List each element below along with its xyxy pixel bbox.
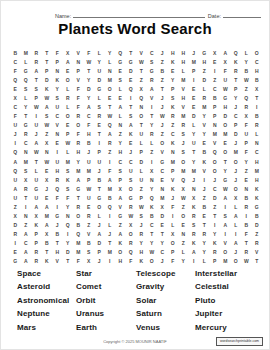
grid-cell: L	[234, 223, 237, 228]
grid-cell: A	[66, 60, 70, 65]
grid-cell: Y	[171, 78, 174, 83]
grid-cell: K	[192, 241, 196, 246]
grid-cell: D	[202, 78, 206, 83]
word-item: Saturn	[136, 307, 195, 320]
grid-cell: P	[140, 196, 143, 201]
grid-cell: S	[182, 150, 185, 155]
grid-cell: T	[129, 105, 132, 110]
grid-cell: K	[171, 187, 175, 192]
grid-cell: F	[87, 123, 90, 128]
grid-cell: X	[87, 259, 90, 264]
grid-cell: T	[66, 259, 69, 264]
grid-cell: J	[203, 187, 206, 192]
grid-cell: A	[13, 160, 17, 165]
grid-cell: O	[213, 160, 217, 165]
grid-cell: A	[108, 132, 112, 137]
grid-cell: I	[57, 205, 58, 210]
grid-cell: R	[202, 232, 206, 237]
grid-cell: R	[255, 241, 259, 246]
grid-cell: Z	[161, 132, 164, 137]
grid-cell: Y	[24, 105, 27, 110]
date-line	[223, 12, 261, 18]
word-item: Gravity	[136, 280, 195, 293]
grid-cell: V	[213, 141, 216, 146]
grid-cell: K	[139, 259, 143, 264]
grid-cell: V	[203, 123, 206, 128]
grid-cell: O	[255, 51, 259, 56]
word-item: Telescope	[136, 267, 195, 280]
grid-cell: C	[13, 60, 17, 65]
grid-cell: J	[98, 223, 101, 228]
grid-cell: Q	[118, 51, 122, 56]
grid-cell: O	[181, 214, 185, 219]
grid-cell: I	[109, 259, 110, 264]
grid-cell: T	[192, 150, 195, 155]
grid-cell: A	[34, 205, 38, 210]
grid-cell: T	[87, 69, 90, 74]
grid-cell: E	[192, 96, 195, 101]
grid-cell: C	[24, 241, 28, 246]
grid-cell: J	[129, 150, 132, 155]
grid-cell: F	[245, 150, 248, 155]
grid-cell: O	[171, 241, 175, 246]
grid-cell: I	[214, 69, 215, 74]
grid-cell: E	[171, 69, 174, 74]
grid-cell: I	[15, 241, 16, 246]
grid-cell: T	[140, 69, 143, 74]
grid-cell: L	[182, 69, 185, 74]
grid-cell: X	[140, 87, 143, 92]
grid-cell: A	[223, 196, 227, 201]
grid-cell: P	[213, 105, 216, 110]
grid-cell: O	[223, 250, 227, 255]
grid-cell: V	[182, 87, 185, 92]
grid-cell: O	[118, 250, 122, 255]
grid-cell: T	[45, 250, 48, 255]
grid-cell: O	[76, 123, 80, 128]
grid-cell: I	[193, 78, 194, 83]
grid-cell: V	[77, 78, 80, 83]
grid-cell: C	[55, 114, 59, 119]
grid-cell: P	[140, 150, 143, 155]
grid-cell: U	[34, 196, 38, 201]
grid-cell: O	[66, 78, 70, 83]
grid-cell: C	[24, 141, 28, 146]
grid-cell: J	[87, 150, 90, 155]
grid-cell: B	[202, 150, 206, 155]
grid-cell: G	[202, 51, 206, 56]
grid-cell: M	[223, 132, 227, 137]
grid-cell: R	[192, 214, 196, 219]
grid-cell: R	[34, 259, 38, 264]
grid-cell: A	[97, 232, 101, 237]
grid-cell: H	[55, 250, 59, 255]
grid-cell: W	[86, 187, 91, 192]
grid-cell: P	[234, 87, 237, 92]
grid-cell: M	[255, 169, 259, 174]
grid-cell: Y	[66, 205, 69, 210]
grid-cell: R	[244, 105, 248, 110]
grid-cell: I	[151, 105, 152, 110]
grid-cell: T	[245, 241, 248, 246]
grid-cell: E	[245, 178, 248, 183]
grid-cell: I	[235, 232, 236, 237]
grid-cell: Z	[255, 232, 258, 237]
grid-cell: J	[234, 250, 237, 255]
grid-cell: R	[34, 250, 38, 255]
grid-cell: H	[55, 169, 59, 174]
word-list: SpaceAsteroidAstronomicalNeptuneMars Sta…	[17, 267, 257, 334]
grid-cell: S	[24, 87, 27, 92]
word-item: Mars	[17, 321, 76, 334]
grid-cell: O	[234, 187, 238, 192]
grid-cell: A	[234, 241, 238, 246]
grid-cell: W	[44, 96, 49, 101]
name-line	[73, 12, 205, 18]
grid-cell: T	[224, 160, 227, 165]
grid-cell: Y	[192, 160, 195, 165]
grid-cell: Z	[119, 223, 122, 228]
grid-cell: A	[24, 259, 28, 264]
grid-cell: S	[35, 87, 38, 92]
grid-cell: P	[213, 114, 216, 119]
grid-cell: O	[76, 214, 80, 219]
grid-cell: E	[45, 196, 48, 201]
grid-cell: M	[223, 259, 227, 264]
grid-cell: Z	[119, 132, 122, 137]
grid-cell: W	[139, 205, 144, 210]
grid-cell: G	[97, 196, 101, 201]
grid-cell: I	[109, 160, 110, 165]
grid-cell: A	[13, 187, 17, 192]
grid-cell: J	[234, 105, 237, 110]
grid-cell: C	[160, 169, 164, 174]
grid-cell: Q	[13, 78, 17, 83]
grid-cell: L	[255, 132, 258, 137]
grid-cell: P	[35, 96, 38, 101]
grid-cell: P	[56, 60, 59, 65]
grid-cell: F	[77, 105, 80, 110]
grid-cell: W	[244, 78, 249, 83]
grid-cell: K	[192, 205, 196, 210]
grid-cell: A	[45, 205, 49, 210]
grid-cell: Y	[140, 241, 143, 246]
grid-cell: L	[24, 60, 27, 65]
grid-cell: N	[255, 141, 259, 146]
grid-cell: E	[182, 223, 185, 228]
grid-cell: T	[77, 196, 80, 201]
grid-cell: A	[108, 178, 112, 183]
grid-cell: X	[255, 87, 258, 92]
grid-cell: L	[108, 223, 111, 228]
grid-cell: Z	[45, 132, 48, 137]
grid-cell: Y	[203, 241, 206, 246]
grid-cell: F	[56, 196, 59, 201]
grid-cell: M	[76, 250, 80, 255]
grid-cell: K	[171, 105, 175, 110]
grid-cell: H	[76, 150, 80, 155]
grid-cell: Z	[14, 205, 17, 210]
grid-cell: A	[76, 178, 80, 183]
grid-cell: F	[56, 51, 59, 56]
grid-cell: E	[98, 123, 101, 128]
grid-cell: N	[150, 178, 154, 183]
grid-cell: W	[86, 60, 91, 65]
grid-cell: I	[15, 141, 16, 146]
grid-cell: Y	[98, 60, 101, 65]
grid-cell: J	[98, 169, 101, 174]
grid-cell: B	[244, 69, 248, 74]
grid-cell: Y	[87, 78, 90, 83]
grid-cell: I	[204, 178, 205, 183]
worksheet-page: Name: Date: Planets Word Search BMRTFXVF…	[0, 0, 270, 350]
grid-cell: H	[181, 60, 185, 65]
grid-cell: R	[108, 141, 112, 146]
grid-cell: A	[45, 105, 49, 110]
grid-cell: U	[13, 196, 17, 201]
grid-cell: Z	[108, 150, 111, 155]
grid-cell: H	[87, 132, 91, 137]
grid-cell: J	[213, 178, 216, 183]
grid-cell: H	[139, 250, 143, 255]
grid-cell: M	[202, 105, 206, 110]
grid-cell: I	[67, 232, 68, 237]
grid-cell: R	[24, 187, 28, 192]
grid-cell: H	[255, 69, 259, 74]
grid-cell: L	[66, 150, 69, 155]
word-item: Astronomical	[17, 294, 76, 307]
grid-cell: Z	[161, 60, 164, 65]
grid-cell: W	[44, 160, 49, 165]
grid-cell: Y	[245, 60, 248, 65]
grid-cell: R	[34, 60, 38, 65]
grid-cell: P	[87, 178, 90, 183]
grid-cell: Q	[108, 123, 112, 128]
grid-cell: G	[150, 69, 154, 74]
grid-cell: K	[202, 160, 206, 165]
grid-cell: T	[98, 187, 101, 192]
grid-cell: V	[119, 205, 122, 210]
grid-cell: W	[34, 105, 39, 110]
grid-cell: R	[97, 114, 101, 119]
grid-cell: G	[118, 60, 122, 65]
grid-cell: D	[129, 69, 133, 74]
grid-cell: M	[76, 169, 80, 174]
grid-cell: A	[118, 105, 122, 110]
grid-cell: U	[223, 78, 227, 83]
grid-cell: L	[140, 169, 143, 174]
grid-cell: N	[108, 69, 112, 74]
grid-cell: L	[182, 250, 185, 255]
grid-cell: Q	[108, 205, 112, 210]
grid-cell: O	[160, 141, 164, 146]
word-item: Uranus	[76, 307, 136, 320]
grid-cell: Z	[182, 241, 185, 246]
grid-cell: R	[76, 114, 80, 119]
grid-cell: O	[139, 114, 143, 119]
grid-cell: U	[139, 178, 143, 183]
grid-cell: E	[161, 178, 164, 183]
grid-cell: V	[56, 259, 59, 264]
grid-cell: X	[192, 196, 195, 201]
word-list-column: InterstellarCelestialPlutoJupiterMercury	[195, 267, 257, 334]
grid-cell: G	[24, 123, 28, 128]
grid-cell: R	[55, 178, 59, 183]
grid-cell: I	[246, 214, 247, 219]
grid-cell: J	[182, 141, 185, 146]
grid-cell: A	[223, 51, 227, 56]
grid-cell: L	[171, 223, 174, 228]
grid-cell: B	[13, 51, 17, 56]
grid-cell: T	[24, 196, 27, 201]
grid-cell: V	[171, 178, 174, 183]
grid-cell: M	[45, 214, 49, 219]
grid-cell: Y	[213, 232, 216, 237]
grid-cell: Y	[56, 87, 59, 92]
grid-cell: H	[255, 160, 259, 165]
grid-cell: W	[139, 60, 144, 65]
grid-cell: H	[181, 96, 185, 101]
grid-cell: T	[161, 87, 164, 92]
word-item: Interstellar	[195, 267, 257, 280]
grid-cell: V	[161, 150, 164, 155]
grid-cell: J	[161, 51, 164, 56]
grid-cell: J	[161, 259, 164, 264]
word-item: Orbit	[76, 294, 136, 307]
grid-cell: H	[118, 259, 122, 264]
grid-cell: N	[244, 187, 248, 192]
grid-cell: U	[129, 169, 133, 174]
grid-cell: V	[224, 241, 227, 246]
grid-cell: E	[129, 141, 132, 146]
grid-cell: C	[13, 105, 17, 110]
grid-cell: A	[118, 196, 122, 201]
grid-cell: E	[203, 141, 206, 146]
grid-cell: U	[87, 196, 91, 201]
grid-cell: X	[14, 96, 17, 101]
word-item: Venus	[136, 321, 195, 334]
grid-cell: K	[234, 60, 238, 65]
grid-cell: Y	[161, 241, 164, 246]
grid-cell: K	[55, 78, 59, 83]
grid-cell: B	[87, 141, 91, 146]
grid-cell: W	[181, 196, 186, 201]
grid-cell: U	[55, 105, 59, 110]
grid-cell: I	[25, 205, 26, 210]
grid-cell: B	[55, 232, 59, 237]
grid-cell: X	[161, 205, 164, 210]
grid-cell: J	[98, 259, 101, 264]
grid-cell: T	[45, 51, 48, 56]
grid-cell: D	[13, 223, 17, 228]
grid-cell: F	[108, 169, 111, 174]
grid-cell: I	[151, 160, 152, 165]
grid-cell: S	[171, 96, 174, 101]
grid-cell: M	[181, 169, 185, 174]
grid-cell: B	[244, 196, 248, 201]
grid-cell: S	[129, 178, 132, 183]
grid-cell: V	[203, 169, 206, 174]
grid-cell: R	[213, 250, 217, 255]
grid-cell: P	[45, 69, 48, 74]
grid-cell: O	[223, 150, 227, 155]
grid-cell: I	[225, 205, 226, 210]
grid-cell: Q	[244, 96, 248, 101]
grid-cell: B	[255, 114, 259, 119]
grid-cell: C	[213, 87, 217, 92]
grid-cell: G	[34, 187, 38, 192]
grid-cell: W	[160, 114, 165, 119]
grid-cell: G	[76, 187, 80, 192]
grid-cell: D	[97, 241, 101, 246]
grid-cell: B	[87, 241, 91, 246]
grid-cell: Q	[150, 196, 154, 201]
grid-cell: O	[181, 160, 185, 165]
grid-cell: P	[245, 141, 248, 146]
grid-cell: S	[192, 223, 195, 228]
grid-cell: U	[97, 69, 101, 74]
grid-cell: R	[24, 132, 28, 137]
grid-cell: J	[161, 105, 164, 110]
word-item: Asteroid	[17, 280, 76, 293]
grid-cell: N	[160, 187, 164, 192]
word-item: Comet	[76, 280, 136, 293]
grid-cell: I	[225, 232, 226, 237]
grid-cell: X	[213, 51, 216, 56]
grid-cell: I	[109, 214, 110, 219]
grid-cell: K	[171, 60, 175, 65]
grid-cell: R	[87, 214, 91, 219]
grid-cell: S	[66, 187, 69, 192]
grid-cell: T	[108, 241, 111, 246]
grid-cell: Y	[150, 187, 153, 192]
grid-cell: W	[107, 114, 112, 119]
grid-cell: O	[129, 232, 133, 237]
grid-cell: G	[129, 196, 133, 201]
grid-cell: L	[98, 214, 101, 219]
grid-cell: D	[223, 114, 227, 119]
grid-cell: P	[35, 232, 38, 237]
grid-cell: S	[87, 250, 90, 255]
grid-cell: S	[140, 214, 143, 219]
word-list-column: StarCometOrbitUranusEarth	[76, 267, 136, 334]
grid-cell: J	[161, 96, 164, 101]
grid-cell: E	[161, 223, 164, 228]
grid-cell: J	[234, 178, 237, 183]
grid-cell: L	[203, 259, 206, 264]
word-item: Celestial	[195, 280, 257, 293]
grid-cell: L	[150, 141, 153, 146]
grid-cell: T	[255, 96, 258, 101]
grid-cell: Y	[203, 250, 206, 255]
grid-cell: X	[35, 214, 38, 219]
grid-cell: T	[255, 259, 258, 264]
grid-cell: R	[66, 96, 70, 101]
grid-cell: M	[181, 114, 185, 119]
grid-cell: F	[14, 114, 17, 119]
grid-cell: R	[255, 123, 259, 128]
word-item: Earth	[76, 321, 136, 334]
grid-cell: J	[14, 132, 17, 137]
grid-cell: S	[119, 78, 122, 83]
grid-cell: Y	[119, 141, 122, 146]
grid-cell: J	[192, 51, 195, 56]
grid-cell: G	[160, 160, 164, 165]
grid-cell: W	[44, 123, 49, 128]
grid-cell: T	[35, 78, 38, 83]
grid-cell: P	[234, 123, 237, 128]
grid-cell: X	[224, 60, 227, 65]
